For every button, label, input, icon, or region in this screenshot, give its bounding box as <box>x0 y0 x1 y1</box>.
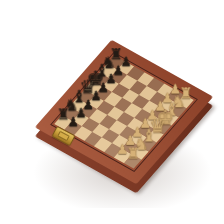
brass-latch-pin <box>57 131 70 141</box>
square-b6 <box>82 118 99 132</box>
product-photo: ♜♞♝♛♚♝♞♜♟♟♟♟♟♟♟♟♟♟♟♟♟♟♟♟♜♞♝♛♚♝♞♜ <box>0 0 224 224</box>
black-rook: ♜ <box>109 48 122 63</box>
white-rook: ♜ <box>179 87 192 102</box>
